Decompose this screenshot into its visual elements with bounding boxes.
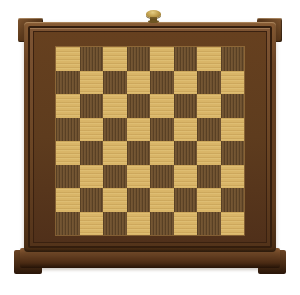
- square-d6[interactable]: [127, 94, 151, 118]
- square-d5[interactable]: [127, 118, 151, 142]
- chess-board-grid: [56, 47, 244, 235]
- square-e3[interactable]: [150, 165, 174, 189]
- square-e4[interactable]: [150, 141, 174, 165]
- square-f7[interactable]: [174, 71, 198, 95]
- square-b2[interactable]: [80, 188, 104, 212]
- square-g1[interactable]: [197, 212, 221, 236]
- square-d4[interactable]: [127, 141, 151, 165]
- square-e5[interactable]: [150, 118, 174, 142]
- square-b1[interactable]: [80, 212, 104, 236]
- square-a6[interactable]: [56, 94, 80, 118]
- square-h7[interactable]: [221, 71, 245, 95]
- square-b3[interactable]: [80, 165, 104, 189]
- square-f1[interactable]: [174, 212, 198, 236]
- square-c8[interactable]: [103, 47, 127, 71]
- frame-groove-inner: [33, 31, 267, 243]
- square-c1[interactable]: [103, 212, 127, 236]
- frame-molding: [30, 28, 270, 246]
- square-b7[interactable]: [80, 71, 104, 95]
- square-h5[interactable]: [221, 118, 245, 142]
- square-b8[interactable]: [80, 47, 104, 71]
- square-a1[interactable]: [56, 212, 80, 236]
- square-f2[interactable]: [174, 188, 198, 212]
- square-a4[interactable]: [56, 141, 80, 165]
- square-f8[interactable]: [174, 47, 198, 71]
- square-g5[interactable]: [197, 118, 221, 142]
- square-h8[interactable]: [221, 47, 245, 71]
- square-a2[interactable]: [56, 188, 80, 212]
- square-h1[interactable]: [221, 212, 245, 236]
- chess-board-photo: [0, 0, 300, 295]
- square-c5[interactable]: [103, 118, 127, 142]
- frame-groove-outer: [28, 26, 272, 248]
- square-a3[interactable]: [56, 165, 80, 189]
- square-g8[interactable]: [197, 47, 221, 71]
- square-b4[interactable]: [80, 141, 104, 165]
- square-f6[interactable]: [174, 94, 198, 118]
- square-a8[interactable]: [56, 47, 80, 71]
- square-g6[interactable]: [197, 94, 221, 118]
- square-g7[interactable]: [197, 71, 221, 95]
- square-h3[interactable]: [221, 165, 245, 189]
- square-g3[interactable]: [197, 165, 221, 189]
- square-e8[interactable]: [150, 47, 174, 71]
- square-c4[interactable]: [103, 141, 127, 165]
- square-h6[interactable]: [221, 94, 245, 118]
- square-c6[interactable]: [103, 94, 127, 118]
- square-f3[interactable]: [174, 165, 198, 189]
- square-a5[interactable]: [56, 118, 80, 142]
- square-g4[interactable]: [197, 141, 221, 165]
- square-d2[interactable]: [127, 188, 151, 212]
- brass-knob[interactable]: [145, 9, 162, 24]
- square-e2[interactable]: [150, 188, 174, 212]
- square-d1[interactable]: [127, 212, 151, 236]
- square-h4[interactable]: [221, 141, 245, 165]
- square-f4[interactable]: [174, 141, 198, 165]
- inner-panel: [34, 32, 266, 242]
- square-e1[interactable]: [150, 212, 174, 236]
- board-frame: [24, 22, 276, 252]
- square-g2[interactable]: [197, 188, 221, 212]
- square-h2[interactable]: [221, 188, 245, 212]
- square-d7[interactable]: [127, 71, 151, 95]
- square-c7[interactable]: [103, 71, 127, 95]
- square-c2[interactable]: [103, 188, 127, 212]
- square-e6[interactable]: [150, 94, 174, 118]
- square-e7[interactable]: [150, 71, 174, 95]
- square-a7[interactable]: [56, 71, 80, 95]
- square-b6[interactable]: [80, 94, 104, 118]
- square-f5[interactable]: [174, 118, 198, 142]
- square-c3[interactable]: [103, 165, 127, 189]
- square-b5[interactable]: [80, 118, 104, 142]
- square-d8[interactable]: [127, 47, 151, 71]
- square-d3[interactable]: [127, 165, 151, 189]
- knob-base: [148, 20, 159, 23]
